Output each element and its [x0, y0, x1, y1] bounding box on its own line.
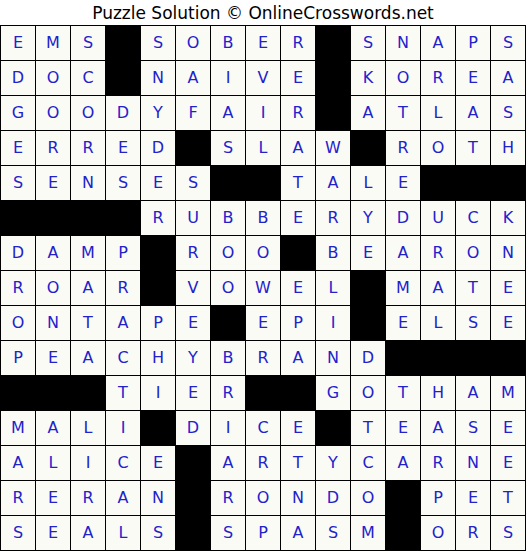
letter-cell-r15c2: E — [36, 516, 71, 551]
letter-cell-r14c5: N — [141, 481, 176, 516]
letter-cell-r1c3: S — [71, 26, 106, 61]
block-cell-r5c7 — [211, 166, 246, 201]
letter-cell-r3c12: T — [386, 96, 421, 131]
letter-cell-r12c6: D — [176, 411, 211, 446]
letter-cell-r8c8: W — [246, 271, 281, 306]
letter-cell-r14c8: O — [246, 481, 281, 516]
letter-cell-r15c15: S — [491, 516, 526, 551]
letter-cell-r13c4: C — [106, 446, 141, 481]
letter-cell-r8c15: E — [491, 271, 526, 306]
block-cell-r5c8 — [246, 166, 281, 201]
letter-cell-r13c7: A — [211, 446, 246, 481]
letter-cell-r7c14: O — [456, 236, 491, 271]
letter-cell-r15c11: M — [351, 516, 386, 551]
block-cell-r8c11 — [351, 271, 386, 306]
letter-cell-r3c4: D — [106, 96, 141, 131]
letter-cell-r10c1: P — [1, 341, 36, 376]
letter-cell-r9c14: S — [456, 306, 491, 341]
block-cell-r12c5 — [141, 411, 176, 446]
letter-cell-r5c1: S — [1, 166, 36, 201]
letter-cell-r10c7: B — [211, 341, 246, 376]
letter-cell-r14c15: T — [491, 481, 526, 516]
letter-cell-r12c14: S — [456, 411, 491, 446]
letter-cell-r7c2: A — [36, 236, 71, 271]
letter-cell-r3c14: A — [456, 96, 491, 131]
letter-cell-r3c3: O — [71, 96, 106, 131]
letter-cell-r11c11: O — [351, 376, 386, 411]
letter-cell-r14c2: E — [36, 481, 71, 516]
letter-cell-r12c4: I — [106, 411, 141, 446]
letter-cell-r12c1: M — [1, 411, 36, 446]
letter-cell-r3c1: G — [1, 96, 36, 131]
letter-cell-r5c9: T — [281, 166, 316, 201]
letter-cell-r6c7: B — [211, 201, 246, 236]
letter-cell-r2c13: R — [421, 61, 456, 96]
block-cell-r4c6 — [176, 131, 211, 166]
letter-cell-r4c2: R — [36, 131, 71, 166]
letter-cell-r15c13: O — [421, 516, 456, 551]
letter-cell-r8c1: R — [1, 271, 36, 306]
letter-cell-r13c8: R — [246, 446, 281, 481]
block-cell-r3c10 — [316, 96, 351, 131]
letter-cell-r9c6: E — [176, 306, 211, 341]
letter-cell-r2c2: O — [36, 61, 71, 96]
block-cell-r11c3 — [71, 376, 106, 411]
letter-cell-r15c1: S — [1, 516, 36, 551]
letter-cell-r9c2: N — [36, 306, 71, 341]
letter-cell-r8c12: M — [386, 271, 421, 306]
letter-cell-r6c12: D — [386, 201, 421, 236]
letter-cell-r3c5: Y — [141, 96, 176, 131]
letter-cell-r2c1: D — [1, 61, 36, 96]
letter-cell-r12c8: C — [246, 411, 281, 446]
block-cell-r1c4 — [106, 26, 141, 61]
letter-cell-r8c4: R — [106, 271, 141, 306]
letter-cell-r8c6: V — [176, 271, 211, 306]
letter-cell-r10c8: R — [246, 341, 281, 376]
letter-cell-r1c2: M — [36, 26, 71, 61]
page: Puzzle Solution © OnlineCrosswords.net E… — [0, 0, 526, 551]
letter-cell-r4c10: W — [316, 131, 351, 166]
letter-cell-r14c11: O — [351, 481, 386, 516]
letter-cell-r1c1: E — [1, 26, 36, 61]
letter-cell-r9c8: E — [246, 306, 281, 341]
block-cell-r5c14 — [456, 166, 491, 201]
letter-cell-r14c9: N — [281, 481, 316, 516]
letter-cell-r6c9: E — [281, 201, 316, 236]
letter-cell-r11c7: R — [211, 376, 246, 411]
letter-cell-r7c3: M — [71, 236, 106, 271]
letter-cell-r11c4: T — [106, 376, 141, 411]
letter-cell-r2c7: I — [211, 61, 246, 96]
letter-cell-r15c3: A — [71, 516, 106, 551]
letter-cell-r5c2: E — [36, 166, 71, 201]
letter-cell-r5c12: E — [386, 166, 421, 201]
block-cell-r10c14 — [456, 341, 491, 376]
letter-cell-r12c15: E — [491, 411, 526, 446]
block-cell-r11c8 — [246, 376, 281, 411]
letter-cell-r7c1: D — [1, 236, 36, 271]
letter-cell-r12c11: T — [351, 411, 386, 446]
letter-cell-r8c10: L — [316, 271, 351, 306]
block-cell-r8c5 — [141, 271, 176, 306]
letter-cell-r9c12: E — [386, 306, 421, 341]
letter-cell-r2c5: N — [141, 61, 176, 96]
block-cell-r10c12 — [386, 341, 421, 376]
letter-cell-r9c1: O — [1, 306, 36, 341]
letter-cell-r2c6: A — [176, 61, 211, 96]
block-cell-r11c2 — [36, 376, 71, 411]
letter-cell-r15c9: A — [281, 516, 316, 551]
letter-cell-r10c10: N — [316, 341, 351, 376]
letter-cell-r13c15: E — [491, 446, 526, 481]
letter-cell-r3c8: I — [246, 96, 281, 131]
block-cell-r7c9 — [281, 236, 316, 271]
letter-cell-r12c12: E — [386, 411, 421, 446]
letter-cell-r8c7: O — [211, 271, 246, 306]
letter-cell-r5c5: E — [141, 166, 176, 201]
page-title: Puzzle Solution © OnlineCrosswords.net — [0, 0, 526, 25]
letter-cell-r12c13: A — [421, 411, 456, 446]
letter-cell-r2c9: E — [281, 61, 316, 96]
block-cell-r12c10 — [316, 411, 351, 446]
letter-cell-r9c4: A — [106, 306, 141, 341]
letter-cell-r10c9: A — [281, 341, 316, 376]
letter-cell-r4c1: E — [1, 131, 36, 166]
letter-cell-r8c13: A — [421, 271, 456, 306]
letter-cell-r9c5: P — [141, 306, 176, 341]
letter-cell-r9c15: E — [491, 306, 526, 341]
letter-cell-r5c3: N — [71, 166, 106, 201]
block-cell-r2c4 — [106, 61, 141, 96]
block-cell-r11c9 — [281, 376, 316, 411]
letter-cell-r12c7: I — [211, 411, 246, 446]
letter-cell-r11c15: M — [491, 376, 526, 411]
block-cell-r6c4 — [106, 201, 141, 236]
letter-cell-r14c3: R — [71, 481, 106, 516]
letter-cell-r13c12: A — [386, 446, 421, 481]
letter-cell-r6c5: R — [141, 201, 176, 236]
letter-cell-r4c14: T — [456, 131, 491, 166]
letter-cell-r1c11: S — [351, 26, 386, 61]
letter-cell-r8c14: T — [456, 271, 491, 306]
letter-cell-r9c10: I — [316, 306, 351, 341]
letter-cell-r1c14: P — [456, 26, 491, 61]
letter-cell-r13c3: I — [71, 446, 106, 481]
letter-cell-r3c11: A — [351, 96, 386, 131]
letter-cell-r13c14: N — [456, 446, 491, 481]
block-cell-r14c12 — [386, 481, 421, 516]
letter-cell-r11c6: E — [176, 376, 211, 411]
letter-cell-r10c5: H — [141, 341, 176, 376]
block-cell-r9c7 — [211, 306, 246, 341]
letter-cell-r1c9: R — [281, 26, 316, 61]
block-cell-r5c13 — [421, 166, 456, 201]
letter-cell-r13c1: A — [1, 446, 36, 481]
block-cell-r14c6 — [176, 481, 211, 516]
letter-cell-r3c2: O — [36, 96, 71, 131]
letter-cell-r5c6: S — [176, 166, 211, 201]
letter-cell-r6c14: C — [456, 201, 491, 236]
block-cell-r10c15 — [491, 341, 526, 376]
letter-cell-r5c10: A — [316, 166, 351, 201]
letter-cell-r6c15: K — [491, 201, 526, 236]
letter-cell-r1c7: B — [211, 26, 246, 61]
block-cell-r4c11 — [351, 131, 386, 166]
letter-cell-r4c9: A — [281, 131, 316, 166]
letter-cell-r11c10: G — [316, 376, 351, 411]
letter-cell-r7c11: E — [351, 236, 386, 271]
letter-cell-r4c3: R — [71, 131, 106, 166]
letter-cell-r14c1: R — [1, 481, 36, 516]
letter-cell-r9c9: P — [281, 306, 316, 341]
letter-cell-r13c10: Y — [316, 446, 351, 481]
letter-cell-r8c3: A — [71, 271, 106, 306]
block-cell-r9c11 — [351, 306, 386, 341]
letter-cell-r3c13: L — [421, 96, 456, 131]
letter-cell-r2c11: K — [351, 61, 386, 96]
letter-cell-r4c13: O — [421, 131, 456, 166]
letter-cell-r6c8: B — [246, 201, 281, 236]
letter-cell-r15c5: S — [141, 516, 176, 551]
letter-cell-r7c15: N — [491, 236, 526, 271]
letter-cell-r2c12: O — [386, 61, 421, 96]
letter-cell-r6c10: R — [316, 201, 351, 236]
letter-cell-r10c6: Y — [176, 341, 211, 376]
letter-cell-r7c8: O — [246, 236, 281, 271]
letter-cell-r1c8: E — [246, 26, 281, 61]
letter-cell-r9c3: T — [71, 306, 106, 341]
letter-cell-r1c6: O — [176, 26, 211, 61]
letter-cell-r4c7: S — [211, 131, 246, 166]
letter-cell-r4c5: D — [141, 131, 176, 166]
letter-cell-r5c11: L — [351, 166, 386, 201]
letter-cell-r14c10: D — [316, 481, 351, 516]
letter-cell-r9c13: L — [421, 306, 456, 341]
letter-cell-r5c4: S — [106, 166, 141, 201]
letter-cell-r12c2: A — [36, 411, 71, 446]
letter-cell-r13c5: E — [141, 446, 176, 481]
letter-cell-r3c7: A — [211, 96, 246, 131]
letter-cell-r12c3: L — [71, 411, 106, 446]
letter-cell-r10c2: E — [36, 341, 71, 376]
letter-cell-r15c10: S — [316, 516, 351, 551]
block-cell-r5c15 — [491, 166, 526, 201]
letter-cell-r1c15: S — [491, 26, 526, 61]
letter-cell-r3c15: S — [491, 96, 526, 131]
letter-cell-r1c5: S — [141, 26, 176, 61]
letter-cell-r3c6: F — [176, 96, 211, 131]
letter-cell-r1c12: N — [386, 26, 421, 61]
letter-cell-r13c2: L — [36, 446, 71, 481]
letter-cell-r11c14: A — [456, 376, 491, 411]
block-cell-r6c3 — [71, 201, 106, 236]
letter-cell-r1c13: A — [421, 26, 456, 61]
letter-cell-r7c6: R — [176, 236, 211, 271]
letter-cell-r14c13: P — [421, 481, 456, 516]
letter-cell-r2c14: E — [456, 61, 491, 96]
letter-cell-r4c8: L — [246, 131, 281, 166]
letter-cell-r14c4: A — [106, 481, 141, 516]
crossword-grid: EMSSOBERSNAPSDOCNAIVEKOREAGOODYFAIRATLAS… — [0, 25, 526, 551]
letter-cell-r8c9: E — [281, 271, 316, 306]
letter-cell-r4c12: R — [386, 131, 421, 166]
letter-cell-r15c8: P — [246, 516, 281, 551]
block-cell-r6c2 — [36, 201, 71, 236]
letter-cell-r3c9: R — [281, 96, 316, 131]
letter-cell-r6c13: U — [421, 201, 456, 236]
letter-cell-r15c7: S — [211, 516, 246, 551]
block-cell-r11c1 — [1, 376, 36, 411]
letter-cell-r12c9: E — [281, 411, 316, 446]
letter-cell-r10c4: C — [106, 341, 141, 376]
letter-cell-r2c15: A — [491, 61, 526, 96]
letter-cell-r7c10: B — [316, 236, 351, 271]
block-cell-r2c10 — [316, 61, 351, 96]
letter-cell-r14c7: R — [211, 481, 246, 516]
letter-cell-r10c11: D — [351, 341, 386, 376]
letter-cell-r6c6: U — [176, 201, 211, 236]
block-cell-r10c13 — [421, 341, 456, 376]
letter-cell-r2c8: V — [246, 61, 281, 96]
letter-cell-r14c14: E — [456, 481, 491, 516]
block-cell-r1c10 — [316, 26, 351, 61]
letter-cell-r4c4: E — [106, 131, 141, 166]
letter-cell-r13c13: R — [421, 446, 456, 481]
letter-cell-r7c12: A — [386, 236, 421, 271]
letter-cell-r13c11: C — [351, 446, 386, 481]
block-cell-r7c5 — [141, 236, 176, 271]
block-cell-r13c6 — [176, 446, 211, 481]
block-cell-r15c6 — [176, 516, 211, 551]
letter-cell-r15c14: R — [456, 516, 491, 551]
letter-cell-r6c11: Y — [351, 201, 386, 236]
letter-cell-r2c3: C — [71, 61, 106, 96]
letter-cell-r8c2: O — [36, 271, 71, 306]
block-cell-r15c12 — [386, 516, 421, 551]
letter-cell-r7c13: R — [421, 236, 456, 271]
letter-cell-r10c3: A — [71, 341, 106, 376]
letter-cell-r13c9: T — [281, 446, 316, 481]
letter-cell-r15c4: L — [106, 516, 141, 551]
letter-cell-r11c12: T — [386, 376, 421, 411]
letter-cell-r7c7: O — [211, 236, 246, 271]
letter-cell-r7c4: P — [106, 236, 141, 271]
letter-cell-r11c5: I — [141, 376, 176, 411]
block-cell-r6c1 — [1, 201, 36, 236]
letter-cell-r11c13: H — [421, 376, 456, 411]
letter-cell-r4c15: H — [491, 131, 526, 166]
